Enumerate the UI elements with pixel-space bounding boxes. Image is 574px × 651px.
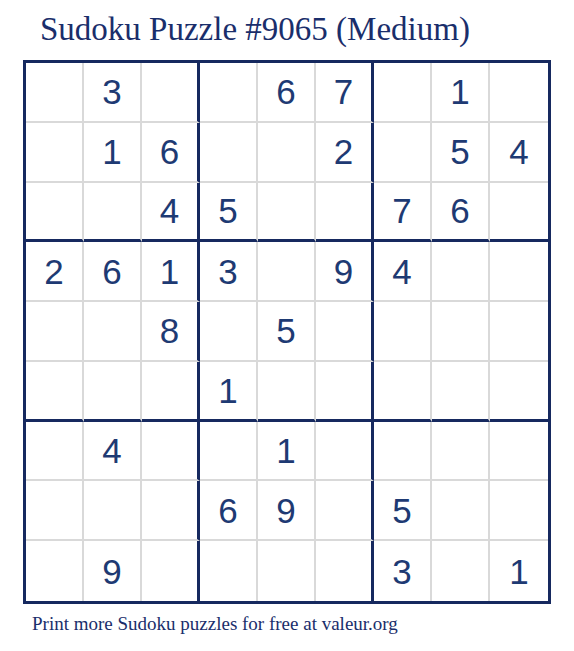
cell-r8c2 — [84, 481, 142, 541]
cell-r8c1 — [26, 481, 84, 541]
cell-r4c1: 2 — [26, 242, 84, 302]
cell-r6c3 — [142, 362, 200, 422]
cell-r2c3: 6 — [142, 123, 200, 183]
cell-r5c4 — [200, 302, 258, 362]
cell-r3c6 — [316, 183, 374, 243]
cell-r6c4: 1 — [200, 362, 258, 422]
cell-r7c8 — [432, 422, 490, 482]
cell-r7c9 — [490, 422, 548, 482]
cell-r5c5: 5 — [258, 302, 316, 362]
cell-r9c4 — [200, 541, 258, 601]
cell-r1c2: 3 — [84, 63, 142, 123]
cell-r3c8: 6 — [432, 183, 490, 243]
cell-r3c2 — [84, 183, 142, 243]
cell-r5c3: 8 — [142, 302, 200, 362]
cell-r8c4: 6 — [200, 481, 258, 541]
cell-r4c3: 1 — [142, 242, 200, 302]
cell-r6c7 — [374, 362, 432, 422]
cell-r2c1 — [26, 123, 84, 183]
cell-r2c8: 5 — [432, 123, 490, 183]
cell-r9c6 — [316, 541, 374, 601]
cell-r4c2: 6 — [84, 242, 142, 302]
cell-r3c9 — [490, 183, 548, 243]
cell-r5c1 — [26, 302, 84, 362]
cell-r7c4 — [200, 422, 258, 482]
cell-r6c8 — [432, 362, 490, 422]
cell-r9c9: 1 — [490, 541, 548, 601]
cell-r1c8: 1 — [432, 63, 490, 123]
cell-r6c1 — [26, 362, 84, 422]
page-title: Sudoku Puzzle #9065 (Medium) — [40, 11, 470, 48]
cell-r4c8 — [432, 242, 490, 302]
cell-r4c7: 4 — [374, 242, 432, 302]
cell-r2c2: 1 — [84, 123, 142, 183]
cell-r1c5: 6 — [258, 63, 316, 123]
cell-r1c1 — [26, 63, 84, 123]
cell-r8c5: 9 — [258, 481, 316, 541]
cell-r3c1 — [26, 183, 84, 243]
footer-text: Print more Sudoku puzzles for free at va… — [32, 613, 398, 635]
cell-r3c7: 7 — [374, 183, 432, 243]
cell-r1c3 — [142, 63, 200, 123]
cell-r9c2: 9 — [84, 541, 142, 601]
cell-r1c4 — [200, 63, 258, 123]
cell-r3c5 — [258, 183, 316, 243]
cell-r4c9 — [490, 242, 548, 302]
cell-r7c3 — [142, 422, 200, 482]
cell-r1c7 — [374, 63, 432, 123]
cell-r7c2: 4 — [84, 422, 142, 482]
cell-r6c9 — [490, 362, 548, 422]
cell-r8c9 — [490, 481, 548, 541]
cell-r2c4 — [200, 123, 258, 183]
cell-r8c6 — [316, 481, 374, 541]
cell-r3c3: 4 — [142, 183, 200, 243]
cell-r5c2 — [84, 302, 142, 362]
cell-r4c6: 9 — [316, 242, 374, 302]
cell-r2c7 — [374, 123, 432, 183]
cell-r7c5: 1 — [258, 422, 316, 482]
cell-r1c6: 7 — [316, 63, 374, 123]
cell-r6c2 — [84, 362, 142, 422]
cell-r7c1 — [26, 422, 84, 482]
cell-r3c4: 5 — [200, 183, 258, 243]
cell-r9c1 — [26, 541, 84, 601]
cell-r6c6 — [316, 362, 374, 422]
cell-r8c8 — [432, 481, 490, 541]
cell-r9c7: 3 — [374, 541, 432, 601]
cell-r5c6 — [316, 302, 374, 362]
cell-r2c9: 4 — [490, 123, 548, 183]
cell-r7c7 — [374, 422, 432, 482]
cell-r7c6 — [316, 422, 374, 482]
cell-r6c5 — [258, 362, 316, 422]
cell-r4c4: 3 — [200, 242, 258, 302]
cell-r2c6: 2 — [316, 123, 374, 183]
cell-r2c5 — [258, 123, 316, 183]
cell-r8c3 — [142, 481, 200, 541]
cell-r9c3 — [142, 541, 200, 601]
cell-r5c7 — [374, 302, 432, 362]
cell-r8c7: 5 — [374, 481, 432, 541]
cell-r9c8 — [432, 541, 490, 601]
sudoku-board: 367116254457626139485141695931 — [23, 60, 551, 604]
cell-r5c9 — [490, 302, 548, 362]
cell-r1c9 — [490, 63, 548, 123]
cell-r9c5 — [258, 541, 316, 601]
cell-r4c5 — [258, 242, 316, 302]
cell-r5c8 — [432, 302, 490, 362]
